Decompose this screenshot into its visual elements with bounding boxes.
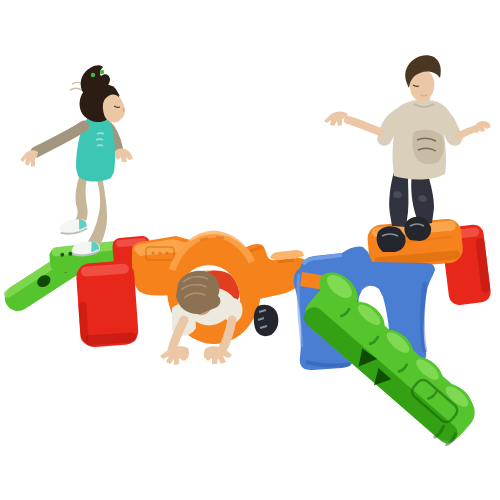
product-photo-stage xyxy=(0,0,500,500)
play-set-scene xyxy=(0,0,500,500)
tunnel-dot xyxy=(165,251,168,254)
boy-right-jeans-left-leg xyxy=(389,172,408,227)
tunnel-dot xyxy=(158,251,161,254)
tunnel-dot xyxy=(151,251,154,254)
boy-right-tee-graphic xyxy=(412,130,444,164)
girl-hair-clip xyxy=(91,73,95,77)
girl-hair-clip xyxy=(100,70,104,74)
boy-right-back-shoe xyxy=(404,217,431,241)
red-block-front-left xyxy=(75,260,139,348)
crawl-boy-shoe xyxy=(254,305,279,336)
